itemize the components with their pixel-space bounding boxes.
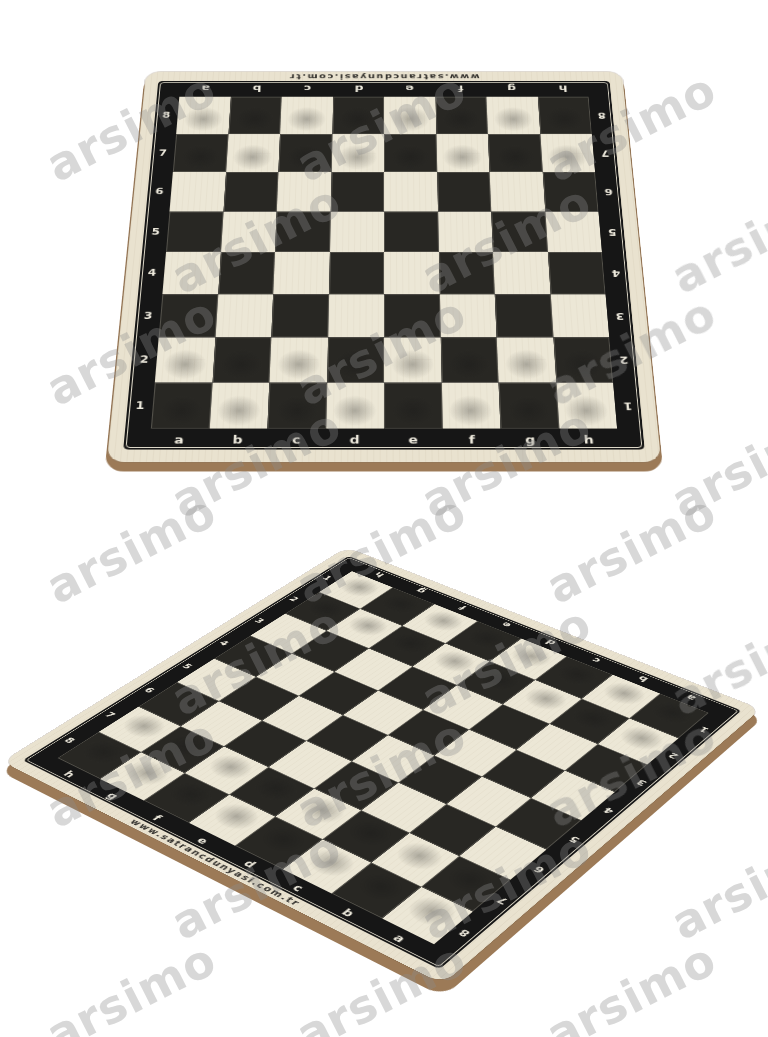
black-pawn-icon: ♟ <box>173 97 228 159</box>
piece-black-pawn-a7: ♟ <box>173 134 228 172</box>
black-pawn-icon: ♟ <box>330 97 385 159</box>
file-label-e: e <box>384 429 443 450</box>
piece-black-pawn-f7: ♟ <box>436 134 490 172</box>
board-photo-front-view: aabbccddeeffgghh8877665544332211www.satr… <box>0 0 768 482</box>
piece-white-rook-h1: ♜ <box>556 382 617 428</box>
black-pawn-icon: ♟ <box>382 97 437 159</box>
black-pawn-icon: ♟ <box>435 97 490 159</box>
black-pawn-icon: ♟ <box>487 97 542 159</box>
piece-black-pawn-g7: ♟ <box>488 134 542 172</box>
chessboard-front-view: aabbccddeeffgghh8877665544332211www.satr… <box>107 72 661 462</box>
black-pawn-icon: ♟ <box>225 97 280 159</box>
watermark-text: arsimo <box>663 174 768 305</box>
chessboard-angled-view: aabbccddeeffgghh8877665544332211www.satr… <box>2 548 760 985</box>
file-label-h: h <box>559 429 619 450</box>
watermark-text: arsimo <box>38 932 225 1037</box>
file-label-d: d <box>325 429 384 450</box>
black-rook-icon: ♜ <box>384 824 471 921</box>
file-label-f: f <box>442 429 501 450</box>
white-rook-icon: ♜ <box>547 325 625 412</box>
watermark-text: arsimo <box>663 820 768 951</box>
file-label-a: a <box>149 429 209 450</box>
black-pawn-icon: ♟ <box>540 97 595 159</box>
product-photo-collage: aabbccddeeffgghh8877665544332211www.satr… <box>0 0 768 1037</box>
file-label-c: c <box>267 429 326 450</box>
piece-black-pawn-e7: ♟ <box>384 134 437 172</box>
watermark-text: arsimo <box>538 932 725 1037</box>
piece-black-pawn-h7: ♟ <box>540 134 595 172</box>
piece-black-pawn-b7: ♟ <box>226 134 280 172</box>
file-label-g: g <box>501 429 561 450</box>
piece-black-pawn-c7: ♟ <box>278 134 332 172</box>
white-pawn-icon: ♟ <box>607 678 669 747</box>
watermark-text: arsimo <box>38 484 225 615</box>
board-photo-angled-view: aabbccddeeffgghh8877665544332211www.satr… <box>0 482 768 1037</box>
black-pawn-icon: ♟ <box>278 97 333 159</box>
file-label-b: b <box>208 429 268 450</box>
piece-black-pawn-d7: ♟ <box>331 134 384 172</box>
